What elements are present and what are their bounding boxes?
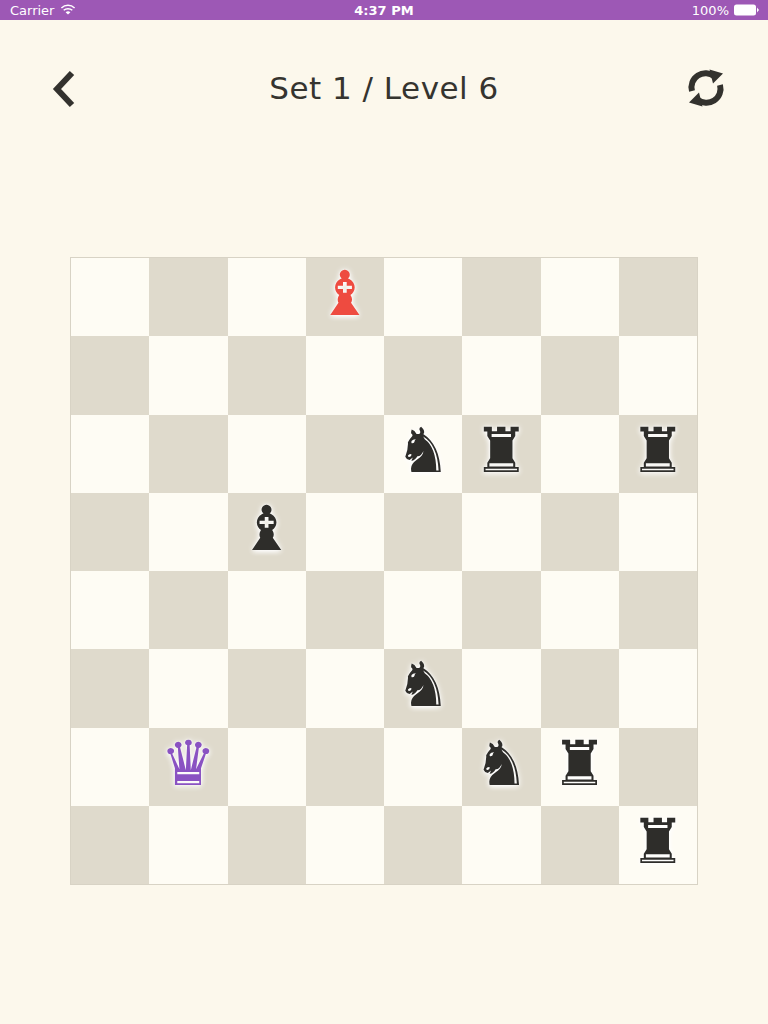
square-d7[interactable] — [306, 336, 384, 414]
square-d2[interactable] — [306, 728, 384, 806]
square-c7[interactable] — [228, 336, 306, 414]
square-c5[interactable]: ♝ — [228, 493, 306, 571]
square-f5[interactable] — [462, 493, 540, 571]
square-g3[interactable] — [541, 649, 619, 727]
piece-b2-purple-queen[interactable]: ♛ — [161, 733, 217, 795]
piece-h6-black-rook[interactable]: ♜ — [630, 420, 686, 482]
status-right: 100% — [692, 3, 760, 18]
square-c3[interactable] — [228, 649, 306, 727]
square-b5[interactable] — [149, 493, 227, 571]
square-f3[interactable] — [462, 649, 540, 727]
refresh-icon — [685, 66, 727, 113]
square-h2[interactable] — [619, 728, 697, 806]
app-screen: Carrier 4:37 PM 100% — [0, 0, 768, 1024]
square-c1[interactable] — [228, 806, 306, 884]
square-e6[interactable]: ♞ — [384, 415, 462, 493]
square-e4[interactable] — [384, 571, 462, 649]
piece-c5-black-bishop[interactable]: ♝ — [239, 498, 295, 560]
piece-f6-black-rook[interactable]: ♜ — [474, 420, 530, 482]
square-g8[interactable] — [541, 258, 619, 336]
square-a4[interactable] — [71, 571, 149, 649]
square-h5[interactable] — [619, 493, 697, 571]
square-a7[interactable] — [71, 336, 149, 414]
square-e8[interactable] — [384, 258, 462, 336]
square-d1[interactable] — [306, 806, 384, 884]
square-a6[interactable] — [71, 415, 149, 493]
piece-e3-black-knight[interactable]: ♞ — [395, 654, 451, 716]
square-d4[interactable] — [306, 571, 384, 649]
square-f1[interactable] — [462, 806, 540, 884]
square-g7[interactable] — [541, 336, 619, 414]
square-d6[interactable] — [306, 415, 384, 493]
square-g4[interactable] — [541, 571, 619, 649]
square-e3[interactable]: ♞ — [384, 649, 462, 727]
square-h8[interactable] — [619, 258, 697, 336]
battery-percent-label: 100% — [692, 3, 729, 18]
square-h3[interactable] — [619, 649, 697, 727]
square-g6[interactable] — [541, 415, 619, 493]
square-a5[interactable] — [71, 493, 149, 571]
square-c6[interactable] — [228, 415, 306, 493]
square-f4[interactable] — [462, 571, 540, 649]
square-e7[interactable] — [384, 336, 462, 414]
square-e1[interactable] — [384, 806, 462, 884]
square-f2[interactable]: ♞ — [462, 728, 540, 806]
piece-d8-red-bishop[interactable]: ♝ — [317, 263, 373, 325]
square-g5[interactable] — [541, 493, 619, 571]
square-h1[interactable]: ♜ — [619, 806, 697, 884]
square-b6[interactable] — [149, 415, 227, 493]
square-d5[interactable] — [306, 493, 384, 571]
battery-icon — [734, 4, 760, 16]
square-b1[interactable] — [149, 806, 227, 884]
square-e2[interactable] — [384, 728, 462, 806]
square-a8[interactable] — [71, 258, 149, 336]
page-title: Set 1 / Level 6 — [0, 70, 768, 106]
square-f7[interactable] — [462, 336, 540, 414]
square-f6[interactable]: ♜ — [462, 415, 540, 493]
square-c4[interactable] — [228, 571, 306, 649]
square-a3[interactable] — [71, 649, 149, 727]
piece-h1-black-rook[interactable]: ♜ — [630, 811, 686, 873]
piece-g2-black-rook[interactable]: ♜ — [552, 733, 608, 795]
square-g2[interactable]: ♜ — [541, 728, 619, 806]
refresh-button[interactable] — [684, 66, 728, 112]
square-h7[interactable] — [619, 336, 697, 414]
square-a1[interactable] — [71, 806, 149, 884]
header: Set 1 / Level 6 — [0, 20, 768, 116]
square-b3[interactable] — [149, 649, 227, 727]
square-e5[interactable] — [384, 493, 462, 571]
square-b4[interactable] — [149, 571, 227, 649]
square-g1[interactable] — [541, 806, 619, 884]
piece-e6-black-knight[interactable]: ♞ — [395, 420, 451, 482]
square-f8[interactable] — [462, 258, 540, 336]
chess-board: ♝♞♜♜♝♞♛♞♜♜ — [70, 257, 698, 885]
square-c2[interactable] — [228, 728, 306, 806]
square-b2[interactable]: ♛ — [149, 728, 227, 806]
square-h6[interactable]: ♜ — [619, 415, 697, 493]
clock-label: 4:37 PM — [0, 3, 768, 18]
square-d8[interactable]: ♝ — [306, 258, 384, 336]
square-b8[interactable] — [149, 258, 227, 336]
square-a2[interactable] — [71, 728, 149, 806]
square-d3[interactable] — [306, 649, 384, 727]
piece-f2-black-knight[interactable]: ♞ — [474, 733, 530, 795]
square-h4[interactable] — [619, 571, 697, 649]
square-b7[interactable] — [149, 336, 227, 414]
square-c8[interactable] — [228, 258, 306, 336]
status-bar: Carrier 4:37 PM 100% — [0, 0, 768, 20]
